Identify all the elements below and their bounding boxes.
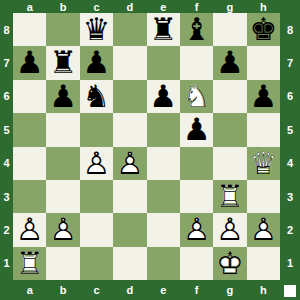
piece-white-pawn[interactable]: ♟♙ — [13, 213, 46, 246]
piece-glyph: ♝ — [180, 13, 213, 46]
piece-glyph: ♟ — [147, 80, 180, 113]
rank-label-2: 2 — [280, 213, 300, 246]
square-a6[interactable] — [13, 80, 46, 113]
piece-black-pawn[interactable]: ♟ — [180, 113, 213, 146]
square-f7[interactable] — [180, 46, 213, 79]
square-e2[interactable] — [147, 213, 180, 246]
file-label-b: b — [46, 280, 79, 300]
piece-white-pawn[interactable]: ♟♙ — [46, 213, 79, 246]
piece-black-pawn[interactable]: ♟ — [46, 80, 79, 113]
square-e8[interactable]: ♜ — [147, 13, 180, 46]
rank-label-8: 8 — [0, 13, 13, 46]
piece-black-rook[interactable]: ♜ — [147, 13, 180, 46]
square-f5[interactable]: ♟ — [180, 113, 213, 146]
square-b1[interactable] — [46, 247, 79, 280]
piece-outline: ♘ — [180, 80, 213, 113]
file-label-h: h — [247, 280, 280, 300]
square-b8[interactable] — [46, 13, 79, 46]
piece-white-rook[interactable]: ♜♖ — [213, 180, 246, 213]
rank-label-2: 2 — [0, 213, 13, 246]
square-f6[interactable]: ♞♘ — [180, 80, 213, 113]
square-c5[interactable] — [80, 113, 113, 146]
piece-glyph: ♟ — [247, 80, 280, 113]
square-f3[interactable] — [180, 180, 213, 213]
piece-glyph: ♟ — [213, 46, 246, 79]
piece-outline: ♙ — [113, 147, 146, 180]
rank-label-5: 5 — [280, 113, 300, 146]
piece-outline: ♙ — [13, 213, 46, 246]
rank-label-3: 3 — [0, 180, 13, 213]
square-e5[interactable] — [147, 113, 180, 146]
file-label-g: g — [213, 0, 246, 13]
piece-glyph: ♚ — [247, 13, 280, 46]
file-label-d: d — [113, 280, 146, 300]
square-b2[interactable]: ♟♙ — [46, 213, 79, 246]
piece-glyph: ♟ — [80, 46, 113, 79]
piece-glyph: ♛ — [80, 13, 113, 46]
square-e4[interactable] — [147, 147, 180, 180]
rank-label-8: 8 — [280, 13, 300, 46]
piece-white-king[interactable]: ♚♔ — [213, 247, 246, 280]
piece-white-pawn[interactable]: ♟♙ — [247, 213, 280, 246]
square-a8[interactable] — [13, 13, 46, 46]
piece-outline: ♙ — [247, 213, 280, 246]
square-a1[interactable]: ♜♖ — [13, 247, 46, 280]
file-label-a: a — [13, 0, 46, 13]
piece-black-pawn[interactable]: ♟ — [247, 80, 280, 113]
rank-label-7: 7 — [0, 46, 13, 79]
square-c3[interactable] — [80, 180, 113, 213]
square-a3[interactable] — [13, 180, 46, 213]
chess-diagram: abcdefgh 87654321 ♛♜♝♚♟♜♟♟♟♞♟♞♘♟♟♟♙♟♙♛♕♜… — [0, 0, 300, 300]
piece-white-pawn[interactable]: ♟♙ — [80, 147, 113, 180]
file-label-e: e — [147, 280, 180, 300]
piece-white-pawn[interactable]: ♟♙ — [180, 213, 213, 246]
square-h3[interactable] — [247, 180, 280, 213]
square-g4[interactable] — [213, 147, 246, 180]
piece-white-knight[interactable]: ♞♘ — [180, 80, 213, 113]
rank-label-6: 6 — [0, 80, 13, 113]
piece-black-rook[interactable]: ♜ — [46, 46, 79, 79]
file-labels-bottom: abcdefgh — [13, 280, 280, 300]
piece-black-pawn[interactable]: ♟ — [13, 46, 46, 79]
piece-outline: ♖ — [213, 180, 246, 213]
square-d8[interactable] — [113, 13, 146, 46]
square-c8[interactable]: ♛ — [80, 13, 113, 46]
file-label-c: c — [80, 280, 113, 300]
square-c2[interactable] — [80, 213, 113, 246]
rank-labels-right: 87654321 — [280, 13, 300, 280]
piece-glyph: ♜ — [46, 46, 79, 79]
square-h5[interactable] — [247, 113, 280, 146]
piece-white-pawn[interactable]: ♟♙ — [113, 147, 146, 180]
piece-outline: ♙ — [180, 213, 213, 246]
square-g8[interactable] — [213, 13, 246, 46]
rank-label-5: 5 — [0, 113, 13, 146]
piece-glyph: ♜ — [147, 13, 180, 46]
rank-label-1: 1 — [280, 247, 300, 280]
piece-black-queen[interactable]: ♛ — [80, 13, 113, 46]
piece-glyph: ♟ — [180, 113, 213, 146]
piece-glyph: ♞ — [80, 80, 113, 113]
square-c1[interactable] — [80, 247, 113, 280]
square-c4[interactable]: ♟♙ — [80, 147, 113, 180]
rank-label-3: 3 — [280, 180, 300, 213]
rank-label-7: 7 — [280, 46, 300, 79]
square-g7[interactable]: ♟ — [213, 46, 246, 79]
square-e6[interactable]: ♟ — [147, 80, 180, 113]
rank-label-4: 4 — [0, 147, 13, 180]
board: ♛♜♝♚♟♜♟♟♟♞♟♞♘♟♟♟♙♟♙♛♕♜♖♟♙♟♙♟♙♟♙♟♙♜♖♚♔ — [13, 13, 280, 280]
piece-glyph: ♟ — [13, 46, 46, 79]
file-label-b: b — [46, 0, 79, 13]
rank-labels-left: 87654321 — [0, 13, 13, 280]
piece-black-pawn[interactable]: ♟ — [80, 46, 113, 79]
piece-outline: ♕ — [247, 147, 280, 180]
square-e3[interactable] — [147, 180, 180, 213]
square-f4[interactable] — [180, 147, 213, 180]
file-label-d: d — [113, 0, 146, 13]
square-d4[interactable]: ♟♙ — [113, 147, 146, 180]
square-h7[interactable] — [247, 46, 280, 79]
square-a2[interactable]: ♟♙ — [13, 213, 46, 246]
square-h1[interactable] — [247, 247, 280, 280]
piece-black-pawn[interactable]: ♟ — [213, 46, 246, 79]
rank-label-6: 6 — [280, 80, 300, 113]
square-d5[interactable] — [113, 113, 146, 146]
square-a5[interactable] — [13, 113, 46, 146]
square-g6[interactable] — [213, 80, 246, 113]
square-d1[interactable] — [113, 247, 146, 280]
square-b5[interactable] — [46, 113, 79, 146]
square-g1[interactable]: ♚♔ — [213, 247, 246, 280]
side-to-move-indicator — [284, 285, 296, 297]
piece-black-king[interactable]: ♚ — [247, 13, 280, 46]
rank-label-4: 4 — [280, 147, 300, 180]
piece-white-rook[interactable]: ♜♖ — [13, 247, 46, 280]
square-c6[interactable]: ♞ — [80, 80, 113, 113]
piece-black-pawn[interactable]: ♟ — [147, 80, 180, 113]
file-label-g: g — [213, 280, 246, 300]
piece-outline: ♖ — [13, 247, 46, 280]
piece-white-pawn[interactable]: ♟♙ — [213, 213, 246, 246]
square-f2[interactable]: ♟♙ — [180, 213, 213, 246]
square-g5[interactable] — [213, 113, 246, 146]
square-d2[interactable] — [113, 213, 146, 246]
piece-glyph: ♟ — [46, 80, 79, 113]
square-d7[interactable] — [113, 46, 146, 79]
piece-outline: ♔ — [213, 247, 246, 280]
piece-white-queen[interactable]: ♛♕ — [247, 147, 280, 180]
square-g3[interactable]: ♜♖ — [213, 180, 246, 213]
piece-black-knight[interactable]: ♞ — [80, 80, 113, 113]
square-h8[interactable]: ♚ — [247, 13, 280, 46]
square-a4[interactable] — [13, 147, 46, 180]
square-f1[interactable] — [180, 247, 213, 280]
square-c7[interactable]: ♟ — [80, 46, 113, 79]
file-label-f: f — [180, 280, 213, 300]
square-d3[interactable] — [113, 180, 146, 213]
square-e7[interactable] — [147, 46, 180, 79]
square-d6[interactable] — [113, 80, 146, 113]
square-g2[interactable]: ♟♙ — [213, 213, 246, 246]
rank-label-1: 1 — [0, 247, 13, 280]
piece-outline: ♙ — [213, 213, 246, 246]
square-b4[interactable] — [46, 147, 79, 180]
square-b3[interactable] — [46, 180, 79, 213]
piece-outline: ♙ — [46, 213, 79, 246]
square-h6[interactable]: ♟ — [247, 80, 280, 113]
square-e1[interactable] — [147, 247, 180, 280]
square-h4[interactable]: ♛♕ — [247, 147, 280, 180]
piece-outline: ♙ — [80, 147, 113, 180]
piece-black-bishop[interactable]: ♝ — [180, 13, 213, 46]
file-labels-top: abcdefgh — [13, 0, 280, 13]
square-f8[interactable]: ♝ — [180, 13, 213, 46]
file-label-a: a — [13, 280, 46, 300]
square-b6[interactable]: ♟ — [46, 80, 79, 113]
square-h2[interactable]: ♟♙ — [247, 213, 280, 246]
square-b7[interactable]: ♜ — [46, 46, 79, 79]
square-a7[interactable]: ♟ — [13, 46, 46, 79]
